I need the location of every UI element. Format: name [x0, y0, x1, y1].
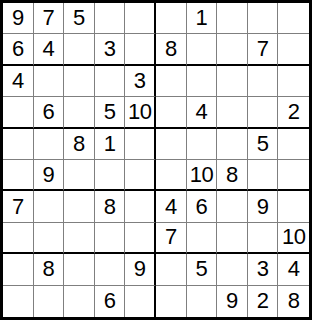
cell-r6c10[interactable] — [278, 160, 309, 191]
cell-r7c3[interactable] — [64, 191, 95, 222]
cell-r8c6: 7 — [156, 223, 187, 254]
cell-r4c9[interactable] — [248, 97, 279, 128]
cell-r7c7: 6 — [187, 191, 218, 222]
cell-r10c9: 2 — [248, 286, 279, 317]
cell-r3c6[interactable] — [156, 66, 187, 97]
cell-r10c10: 8 — [278, 286, 309, 317]
cell-r10c4: 6 — [95, 286, 126, 317]
cell-r2c6: 8 — [156, 34, 187, 65]
cell-r4c1[interactable] — [3, 97, 34, 128]
cell-r3c4[interactable] — [95, 66, 126, 97]
cell-r8c10: 10 — [278, 223, 309, 254]
cell-r5c6[interactable] — [156, 129, 187, 160]
cell-r10c7[interactable] — [187, 286, 218, 317]
cell-r9c6[interactable] — [156, 254, 187, 285]
cell-r5c10[interactable] — [278, 129, 309, 160]
cell-r5c1[interactable] — [3, 129, 34, 160]
cell-r9c4[interactable] — [95, 254, 126, 285]
cell-r1c9[interactable] — [248, 3, 279, 34]
cell-r1c6[interactable] — [156, 3, 187, 34]
cell-r2c4: 3 — [95, 34, 126, 65]
cell-r4c8[interactable] — [217, 97, 248, 128]
cell-r2c7[interactable] — [187, 34, 218, 65]
cell-r9c1[interactable] — [3, 254, 34, 285]
cell-r6c8: 8 — [217, 160, 248, 191]
cell-r6c6[interactable] — [156, 160, 187, 191]
cell-r1c10[interactable] — [278, 3, 309, 34]
cell-r6c1[interactable] — [3, 160, 34, 191]
cell-r8c5[interactable] — [125, 223, 156, 254]
cell-r10c1[interactable] — [3, 286, 34, 317]
cell-r6c3[interactable] — [64, 160, 95, 191]
cell-r3c10[interactable] — [278, 66, 309, 97]
cell-r5c3: 8 — [64, 129, 95, 160]
cell-r8c2[interactable] — [34, 223, 65, 254]
cell-r3c5: 3 — [125, 66, 156, 97]
cell-r9c8[interactable] — [217, 254, 248, 285]
cell-r6c4[interactable] — [95, 160, 126, 191]
cell-r3c9[interactable] — [248, 66, 279, 97]
cell-r5c4: 1 — [95, 129, 126, 160]
cell-r10c2[interactable] — [34, 286, 65, 317]
cell-r9c7: 5 — [187, 254, 218, 285]
cell-r9c5: 9 — [125, 254, 156, 285]
cell-r2c5[interactable] — [125, 34, 156, 65]
cell-r4c2: 6 — [34, 97, 65, 128]
cell-r6c9[interactable] — [248, 160, 279, 191]
cell-r1c7: 1 — [187, 3, 218, 34]
cell-r2c8[interactable] — [217, 34, 248, 65]
cell-r5c8[interactable] — [217, 129, 248, 160]
cell-r7c4: 8 — [95, 191, 126, 222]
cell-r3c7[interactable] — [187, 66, 218, 97]
cell-r5c2[interactable] — [34, 129, 65, 160]
cell-r10c8: 9 — [217, 286, 248, 317]
cell-r6c5[interactable] — [125, 160, 156, 191]
cell-r1c3: 5 — [64, 3, 95, 34]
cell-r4c3[interactable] — [64, 97, 95, 128]
cell-r1c4[interactable] — [95, 3, 126, 34]
cell-r4c10: 2 — [278, 97, 309, 128]
cell-r7c2[interactable] — [34, 191, 65, 222]
cell-r10c6[interactable] — [156, 286, 187, 317]
cell-r9c9: 3 — [248, 254, 279, 285]
cell-r2c9: 7 — [248, 34, 279, 65]
cell-r2c3[interactable] — [64, 34, 95, 65]
cell-r4c7: 4 — [187, 97, 218, 128]
cell-r9c10: 4 — [278, 254, 309, 285]
cell-r3c3[interactable] — [64, 66, 95, 97]
cell-r7c6: 4 — [156, 191, 187, 222]
cell-r9c2: 8 — [34, 254, 65, 285]
cell-r7c8[interactable] — [217, 191, 248, 222]
cell-r6c7: 10 — [187, 160, 218, 191]
cell-r4c4: 5 — [95, 97, 126, 128]
cell-r1c2: 7 — [34, 3, 65, 34]
cell-r2c2: 4 — [34, 34, 65, 65]
cell-r2c10[interactable] — [278, 34, 309, 65]
cell-r8c3[interactable] — [64, 223, 95, 254]
cell-r10c5[interactable] — [125, 286, 156, 317]
cell-r5c7[interactable] — [187, 129, 218, 160]
cell-r9c3[interactable] — [64, 254, 95, 285]
cell-r3c2[interactable] — [34, 66, 65, 97]
cell-r2c1: 6 — [3, 34, 34, 65]
cell-r5c5[interactable] — [125, 129, 156, 160]
cell-r6c2: 9 — [34, 160, 65, 191]
cell-r10c3[interactable] — [64, 286, 95, 317]
cell-r8c4[interactable] — [95, 223, 126, 254]
cell-r7c9: 9 — [248, 191, 279, 222]
cell-r3c8[interactable] — [217, 66, 248, 97]
cell-r3c1: 4 — [3, 66, 34, 97]
cell-r1c8[interactable] — [217, 3, 248, 34]
cell-r8c8[interactable] — [217, 223, 248, 254]
cell-r1c1: 9 — [3, 3, 34, 34]
sudoku-board: 9751643874365104281591087846971089534692… — [0, 0, 312, 320]
cell-r7c10[interactable] — [278, 191, 309, 222]
cell-r8c7[interactable] — [187, 223, 218, 254]
cell-r5c9: 5 — [248, 129, 279, 160]
cell-r8c1[interactable] — [3, 223, 34, 254]
cell-r8c9[interactable] — [248, 223, 279, 254]
cell-r4c5: 10 — [125, 97, 156, 128]
cell-r1c5[interactable] — [125, 3, 156, 34]
cell-r4c6[interactable] — [156, 97, 187, 128]
cell-r7c1: 7 — [3, 191, 34, 222]
cell-r7c5[interactable] — [125, 191, 156, 222]
